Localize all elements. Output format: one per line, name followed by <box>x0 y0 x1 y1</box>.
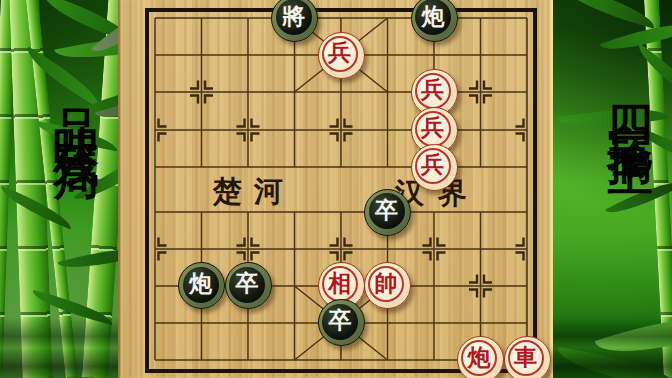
piece-glyph: 兵 <box>421 74 444 105</box>
piece-glyph: 將 <box>282 1 305 32</box>
piece-face: 炮 <box>415 0 451 35</box>
piece-face: 兵 <box>415 148 451 184</box>
piece-face: 相 <box>322 266 358 302</box>
piece-glyph: 帥 <box>375 268 398 299</box>
scene: 楚河 汉界 將炮兵兵兵兵卒炮卒相帥卒炮車 品味残局 四寇擒王 <box>0 0 672 378</box>
piece-glyph: 兵 <box>421 112 444 143</box>
piece-face: 炮 <box>461 340 497 376</box>
piece-red-general[interactable]: 帥 <box>364 262 411 309</box>
piece-face: 兵 <box>322 36 358 72</box>
piece-glyph: 兵 <box>328 37 351 68</box>
piece-glyph: 炮 <box>422 1 445 32</box>
piece-face: 帥 <box>368 266 404 302</box>
piece-face: 卒 <box>229 267 265 303</box>
piece-black-general[interactable]: 將 <box>271 0 318 42</box>
right-title-banner: 四寇擒王 <box>607 70 653 138</box>
piece-black-soldier[interactable]: 卒 <box>364 189 411 236</box>
piece-glyph: 卒 <box>375 195 398 226</box>
piece-black-soldier[interactable]: 卒 <box>318 299 365 346</box>
piece-face: 兵 <box>415 73 451 109</box>
piece-glyph: 兵 <box>421 149 444 180</box>
piece-red-chariot[interactable]: 車 <box>504 336 551 378</box>
piece-face: 卒 <box>369 193 405 229</box>
piece-face: 兵 <box>415 111 451 147</box>
piece-black-cannon[interactable]: 炮 <box>411 0 458 42</box>
piece-glyph: 車 <box>514 342 537 373</box>
piece-red-soldier[interactable]: 兵 <box>318 32 365 79</box>
piece-black-cannon[interactable]: 炮 <box>178 262 225 309</box>
piece-red-soldier[interactable]: 兵 <box>411 144 458 191</box>
board-piece-grid: 將炮兵兵兵兵卒炮卒相帥卒炮車 <box>132 0 551 378</box>
piece-glyph: 炮 <box>189 268 212 299</box>
piece-glyph: 卒 <box>236 268 259 299</box>
piece-glyph: 卒 <box>329 305 352 336</box>
piece-face: 炮 <box>183 267 219 303</box>
piece-red-cannon[interactable]: 炮 <box>457 336 504 378</box>
piece-glyph: 相 <box>328 268 351 299</box>
piece-face: 將 <box>276 0 312 35</box>
left-title-banner: 品味残局 <box>53 72 99 140</box>
piece-face: 卒 <box>322 304 358 340</box>
piece-black-soldier[interactable]: 卒 <box>225 262 272 309</box>
piece-glyph: 炮 <box>468 342 491 373</box>
piece-face: 車 <box>508 340 544 376</box>
